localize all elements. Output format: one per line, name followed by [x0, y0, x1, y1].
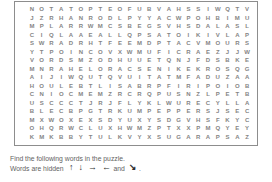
grid-cell: A	[174, 39, 184, 48]
grid-cell: I	[37, 31, 47, 40]
grid-cell: H	[115, 56, 125, 65]
grid-cell: P	[76, 107, 86, 116]
grid-cell: G	[174, 133, 184, 142]
grid-cell: V	[242, 5, 252, 14]
instructions-line1-text: Find the following words in the puzzle.	[10, 155, 125, 162]
grid-cell: O	[95, 14, 105, 23]
grid-cell: P	[193, 124, 203, 133]
grid-cell: K	[174, 65, 184, 74]
grid-cell: W	[164, 99, 174, 108]
grid-cell: F	[213, 116, 223, 125]
grid-cell: C	[242, 116, 252, 125]
grid-cell: V	[184, 116, 194, 125]
grid-cell: Q	[105, 73, 115, 82]
grid-cell: C	[56, 107, 66, 116]
grid-cell: M	[95, 22, 105, 31]
grid-cell: K	[193, 31, 203, 40]
grid-cell: E	[184, 107, 194, 116]
grid-cell: L	[125, 99, 135, 108]
grid-cell: S	[95, 116, 105, 125]
grid-cell: A	[125, 82, 135, 91]
grid-cell: C	[164, 14, 174, 23]
grid-cell: A	[27, 73, 37, 82]
grid-cell: Z	[144, 124, 154, 133]
grid-cell: Q	[144, 90, 154, 99]
grid-cell: P	[203, 82, 213, 91]
grid-cell: J	[232, 48, 242, 57]
grid-cell: T	[95, 73, 105, 82]
grid-cell: M	[203, 124, 213, 133]
grid-cell: U	[144, 48, 154, 57]
grid-cell: E	[154, 107, 164, 116]
grid-cell: S	[223, 107, 233, 116]
grid-cell: Y	[135, 14, 145, 23]
grid-cell: H	[115, 124, 125, 133]
grid-cell: M	[135, 124, 145, 133]
grid-cell: K	[232, 56, 242, 65]
grid-cell: J	[184, 56, 194, 65]
grid-cell: V	[164, 22, 174, 31]
grid-cell: M	[232, 14, 242, 23]
grid-cell: Y	[115, 116, 125, 125]
grid-cell: Q	[47, 124, 57, 133]
grid-cell: J	[47, 73, 57, 82]
grid-cell: P	[154, 39, 164, 48]
grid-cell: X	[115, 48, 125, 57]
grid-cell: X	[135, 116, 145, 125]
grid-cell: T	[232, 90, 242, 99]
word-search-grid: NOTATOPTEOFUBVAHSSIWQTVJZRHANRODLPYYACWP…	[27, 5, 252, 141]
grid-cell: E	[144, 56, 154, 65]
grid-cell: O	[213, 65, 223, 74]
grid-cell: Y	[135, 99, 145, 108]
grid-cell: F	[184, 73, 194, 82]
grid-cell: I	[164, 65, 174, 74]
grid-cell: E	[232, 107, 242, 116]
grid-cell: X	[144, 133, 154, 142]
grid-cell: C	[242, 107, 252, 116]
grid-cell: X	[86, 116, 96, 125]
grid-cell: A	[203, 22, 213, 31]
grid-cell: O	[232, 82, 242, 91]
grid-cell: P	[184, 14, 194, 23]
grid-cell: M	[27, 65, 37, 74]
grid-cell: R	[95, 99, 105, 108]
grid-cell: L	[203, 90, 213, 99]
grid-cell: Q	[125, 31, 135, 40]
grid-cell: P	[154, 82, 164, 91]
grid-cell: I	[223, 82, 233, 91]
grid-cell: X	[66, 116, 76, 125]
grid-cell: S	[203, 116, 213, 125]
grid-cell: C	[203, 99, 213, 108]
grid-cell: T	[95, 5, 105, 14]
grid-cell: E	[105, 5, 115, 14]
grid-cell: S	[154, 22, 164, 31]
grid-cell: M	[95, 90, 105, 99]
grid-cell: E	[86, 31, 96, 40]
grid-cell: N	[37, 65, 47, 74]
grid-cell: Y	[242, 124, 252, 133]
grid-cell: A	[115, 65, 125, 74]
grid-cell: E	[193, 99, 203, 108]
grid-cell: E	[144, 65, 154, 74]
grid-cell: S	[203, 107, 213, 116]
grid-cell: C	[27, 31, 37, 40]
grid-cell: S	[144, 31, 154, 40]
grid-cell: E	[76, 65, 86, 74]
left-arrow-icon: ←	[102, 162, 111, 172]
grid-cell: P	[213, 90, 223, 99]
grid-cell: Q	[76, 73, 86, 82]
grid-cell: T	[86, 82, 96, 91]
grid-cell: H	[56, 14, 66, 23]
grid-cell: R	[184, 82, 194, 91]
grid-cell: Y	[232, 116, 242, 125]
grid-cell: F	[115, 99, 125, 108]
grid-cell: O	[37, 5, 47, 14]
grid-cell: V	[27, 56, 37, 65]
grid-cell: I	[135, 73, 145, 82]
grid-cell: H	[203, 14, 213, 23]
grid-cell: R	[193, 107, 203, 116]
grid-cell: S	[223, 133, 233, 142]
down-arrow-icon: ↓	[79, 162, 84, 172]
instructions-line2-prefix: Words are hidden	[10, 165, 64, 172]
grid-cell: K	[47, 133, 57, 142]
grid-cell: I	[164, 48, 174, 57]
grid-cell: R	[232, 39, 242, 48]
grid-cell: A	[232, 31, 242, 40]
grid-cell: I	[47, 90, 57, 99]
grid-cell: A	[242, 99, 252, 108]
grid-cell: M	[203, 39, 213, 48]
grid-cell: Q	[164, 56, 174, 65]
grid-cell: M	[76, 90, 86, 99]
grid-cell: Q	[232, 65, 242, 74]
grid-cell: E	[242, 56, 252, 65]
grid-cell: S	[223, 65, 233, 74]
grid-cell: A	[193, 73, 203, 82]
grid-cell: L	[223, 99, 233, 108]
grid-cell: Y	[213, 99, 223, 108]
grid-cell: B	[125, 22, 135, 31]
grid-cell: P	[125, 14, 135, 23]
grid-cell: B	[27, 107, 37, 116]
grid-cell: X	[174, 124, 184, 133]
grid-cell: N	[37, 90, 47, 99]
grid-cell: W	[174, 14, 184, 23]
grid-cell: S	[184, 22, 194, 31]
grid-cell: R	[47, 65, 57, 74]
grid-cell: F	[164, 82, 174, 91]
grid-cell: R	[144, 82, 154, 91]
grid-cell: Q	[47, 31, 57, 40]
grid-cell: U	[174, 99, 184, 108]
instructions: Find the following words in the puzzle. …	[10, 153, 260, 173]
grid-cell: B	[66, 107, 76, 116]
grid-cell: E	[232, 124, 242, 133]
grid-cell: N	[174, 56, 184, 65]
instructions-period: .	[139, 165, 141, 172]
grid-cell: F	[125, 5, 135, 14]
grid-cell: L	[105, 31, 115, 40]
grid-cell: O	[56, 116, 66, 125]
grid-cell: X	[184, 124, 194, 133]
grid-cell: M	[174, 73, 184, 82]
grid-cell: B	[242, 90, 252, 99]
grid-cell: M	[27, 22, 37, 31]
grid-cell: T	[164, 124, 174, 133]
grid-cell: S	[66, 56, 76, 65]
grid-cell: I	[56, 73, 66, 82]
grid-cell: V	[105, 48, 115, 57]
puzzle-border: NOTATOPTEOFUBVAHSSIWQTVJZRHANRODLPYYACWP…	[14, 1, 258, 146]
grid-cell: J	[86, 99, 96, 108]
grid-cell: M	[76, 56, 86, 65]
grid-cell: E	[184, 65, 194, 74]
grid-cell: W	[242, 48, 252, 57]
grid-cell: H	[86, 39, 96, 48]
grid-cell: Z	[242, 133, 252, 142]
grid-cell: P	[47, 48, 57, 57]
grid-cell: L	[86, 124, 96, 133]
grid-cell: E	[76, 116, 86, 125]
grid-cell: V	[213, 31, 223, 40]
grid-cell: C	[56, 99, 66, 108]
grid-cell: D	[105, 14, 115, 23]
grid-cell: H	[193, 116, 203, 125]
grid-cell: V	[125, 133, 135, 142]
grid-cell: U	[223, 39, 233, 48]
grid-cell: P	[174, 107, 184, 116]
grid-cell: R	[56, 124, 66, 133]
grid-cell: N	[27, 5, 37, 14]
grid-cell: T	[164, 73, 174, 82]
grid-cell: U	[164, 133, 174, 142]
grid-cell: U	[125, 107, 135, 116]
grid-cell: W	[47, 116, 57, 125]
grid-cell: J	[105, 99, 115, 108]
grid-cell: C	[27, 90, 37, 99]
grid-cell: J	[27, 14, 37, 23]
grid-cell: O	[213, 82, 223, 91]
grid-cell: D	[105, 116, 115, 125]
grid-cell: P	[86, 5, 96, 14]
grid-cell: E	[47, 107, 57, 116]
grid-cell: O	[213, 39, 223, 48]
grid-cell: F	[193, 56, 203, 65]
grid-cell: L	[56, 31, 66, 40]
grid-cell: P	[154, 90, 164, 99]
grid-cell: U	[125, 56, 135, 65]
grid-cell: C	[125, 65, 135, 74]
grid-cell: O	[95, 65, 105, 74]
grid-cell: Z	[193, 90, 203, 99]
grid-cell: N	[76, 14, 86, 23]
grid-cell: L	[242, 22, 252, 31]
grid-cell: C	[47, 99, 57, 108]
grid-cell: U	[47, 82, 57, 91]
grid-cell: A	[154, 14, 164, 23]
grid-cell: W	[125, 124, 135, 133]
grid-cell: U	[135, 56, 145, 65]
grid-cell: W	[125, 48, 135, 57]
grid-cell: U	[86, 73, 96, 82]
grid-cell: T	[86, 133, 96, 142]
grid-cell: N	[154, 65, 164, 74]
grid-cell: K	[193, 65, 203, 74]
grid-cell: K	[27, 133, 37, 142]
grid-cell: T	[47, 5, 57, 14]
grid-cell: E	[115, 39, 125, 48]
grid-cell: R	[86, 14, 96, 23]
grid-cell: O	[37, 82, 47, 91]
grid-cell: E	[125, 39, 135, 48]
grid-cell: I	[105, 82, 115, 91]
grid-cell: G	[86, 107, 96, 116]
up-arrow-icon: ↑	[69, 162, 74, 172]
grid-cell: W	[86, 22, 96, 31]
grid-cell: R	[66, 22, 76, 31]
grid-cell: U	[213, 73, 223, 82]
grid-cell: O	[115, 5, 125, 14]
grid-cell: D	[66, 39, 76, 48]
grid-cell: T	[37, 48, 47, 57]
direction-arrows: ↑↓→←	[67, 164, 114, 173]
grid-cell: I	[203, 31, 213, 40]
grid-cell: O	[56, 90, 66, 99]
grid-cell: O	[193, 14, 203, 23]
grid-cell: N	[76, 48, 86, 57]
grid-cell: Z	[37, 14, 47, 23]
grid-cell: W	[66, 124, 76, 133]
grid-cell: A	[56, 65, 66, 74]
grid-cell: B	[76, 82, 86, 91]
grid-cell: R	[203, 65, 213, 74]
grid-cell: U	[125, 73, 135, 82]
grid-cell: M	[135, 39, 145, 48]
grid-cell: G	[144, 22, 154, 31]
grid-cell: D	[105, 56, 115, 65]
grid-cell: A	[193, 48, 203, 57]
grid-cell: B	[223, 56, 233, 65]
grid-cell: R	[184, 99, 194, 108]
grid-cell: C	[76, 124, 86, 133]
grid-cell: B	[242, 82, 252, 91]
grid-cell: Y	[76, 133, 86, 142]
grid-cell: F	[105, 39, 115, 48]
grid-cell: A	[203, 133, 213, 142]
grid-cell: C	[105, 22, 115, 31]
grid-cell: C	[174, 48, 184, 57]
grid-cell: U	[27, 99, 37, 108]
grid-cell: R	[105, 107, 115, 116]
grid-cell: P	[213, 133, 223, 142]
grid-cell: P	[164, 107, 174, 116]
grid-cell: Y	[144, 116, 154, 125]
grid-cell: L	[213, 22, 223, 31]
grid-cell: R	[105, 65, 115, 74]
grid-cell: E	[223, 90, 233, 99]
grid-cell: A	[242, 73, 252, 82]
grid-cell: B	[213, 14, 223, 23]
grid-cell: S	[154, 133, 164, 142]
grid-cell: S	[184, 5, 194, 14]
grid-cell: X	[105, 124, 115, 133]
grid-cell: I	[193, 82, 203, 91]
grid-cell: Q	[223, 5, 233, 14]
grid-cell: W	[213, 5, 223, 14]
grid-cell: J	[223, 48, 233, 57]
grid-cell: L	[56, 82, 66, 91]
grid-cell: U	[135, 5, 145, 14]
grid-cell: A	[56, 22, 66, 31]
grid-cell: K	[223, 116, 233, 125]
grid-cell: H	[174, 22, 184, 31]
instructions-conjunction: and	[114, 165, 125, 172]
grid-cell: U	[95, 133, 105, 142]
grid-cell: K	[115, 133, 125, 142]
grid-cell: B	[135, 82, 145, 91]
instructions-line2: Words are hidden ↑↓→← and ↘ .	[10, 163, 260, 173]
grid-cell: A	[76, 31, 86, 40]
grid-cell: E	[86, 90, 96, 99]
grid-cell: S	[174, 90, 184, 99]
grid-cell: S	[115, 22, 125, 31]
grid-cell: Y	[223, 124, 233, 133]
grid-cell: X	[37, 116, 47, 125]
grid-cell: P	[135, 31, 145, 40]
grid-cell: A	[164, 5, 174, 14]
grid-cell: I	[37, 73, 47, 82]
grid-cell: O	[174, 31, 184, 40]
grid-cell: D	[203, 73, 213, 82]
grid-cell: D	[193, 22, 203, 31]
grid-cell: C	[125, 90, 135, 99]
grid-cell: L	[115, 31, 125, 40]
grid-cell: S	[115, 82, 125, 91]
grid-cell: L	[95, 82, 105, 91]
grid-cell: E	[66, 82, 76, 91]
grid-cell: O	[56, 48, 66, 57]
grid-cell: T	[76, 99, 86, 108]
grid-cell: I	[203, 5, 213, 14]
grid-cell: I	[223, 14, 233, 23]
grid-cell: R	[193, 133, 203, 142]
grid-cell: U	[164, 90, 174, 99]
grid-cell: S	[135, 65, 145, 74]
grid-cell: Y	[27, 48, 37, 57]
grid-cell: S	[27, 39, 37, 48]
grid-cell: L	[223, 31, 233, 40]
grid-cell: O	[37, 56, 47, 65]
grid-cell: B	[66, 133, 76, 142]
grid-cell: K	[144, 99, 154, 108]
grid-cell: A	[154, 73, 164, 82]
grid-cell: G	[174, 116, 184, 125]
grid-cell: A	[232, 133, 242, 142]
grid-cell: R	[47, 14, 57, 23]
grid-cell: R	[47, 39, 57, 48]
grid-cell: M	[27, 116, 37, 125]
grid-cell: A	[56, 39, 66, 48]
grid-cell: O	[27, 124, 37, 133]
grid-cell: L	[86, 65, 96, 74]
grid-cell: O	[76, 5, 86, 14]
grid-cell: Z	[223, 73, 233, 82]
grid-cell: B	[144, 5, 154, 14]
